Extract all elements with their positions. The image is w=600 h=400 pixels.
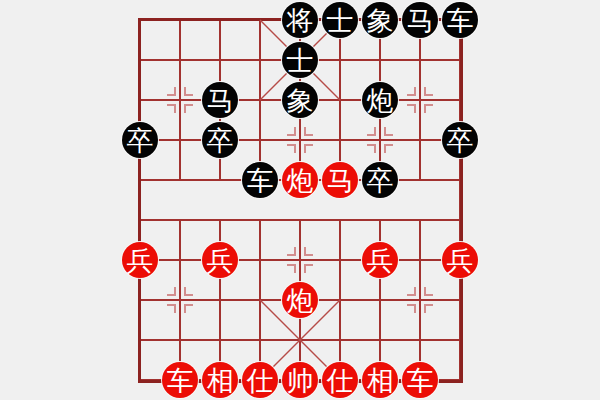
piece-red-elephant[interactable]: 相 [202,362,238,398]
piece-red-elephant[interactable]: 相 [362,362,398,398]
piece-red-horse[interactable]: 马 [322,162,358,198]
piece-black-chariot[interactable]: 车 [442,2,478,38]
piece-black-soldier[interactable]: 卒 [122,122,158,158]
piece-red-soldier[interactable]: 兵 [122,242,158,278]
piece-black-advisor[interactable]: 士 [322,2,358,38]
piece-red-general[interactable]: 帅 [282,362,318,398]
piece-black-soldier[interactable]: 卒 [362,162,398,198]
piece-black-general[interactable]: 将 [282,2,318,38]
piece-black-chariot[interactable]: 车 [242,162,278,198]
piece-red-chariot[interactable]: 车 [402,362,438,398]
piece-black-advisor[interactable]: 士 [282,42,318,78]
piece-red-cannon[interactable]: 炮 [282,162,318,198]
xiangqi-board-stage: 将士象马车士马象炮卒卒卒车炮马卒兵兵兵兵炮车相仕帅仕相车 [0,0,600,400]
piece-red-soldier[interactable]: 兵 [202,242,238,278]
piece-black-elephant[interactable]: 象 [282,82,318,118]
piece-red-advisor[interactable]: 仕 [242,362,278,398]
piece-red-cannon[interactable]: 炮 [282,282,318,318]
piece-black-soldier[interactable]: 卒 [442,122,478,158]
piece-black-elephant[interactable]: 象 [362,2,398,38]
piece-black-horse[interactable]: 马 [402,2,438,38]
piece-red-chariot[interactable]: 车 [162,362,198,398]
piece-black-cannon[interactable]: 炮 [362,82,398,118]
piece-red-advisor[interactable]: 仕 [322,362,358,398]
piece-red-soldier[interactable]: 兵 [442,242,478,278]
piece-black-soldier[interactable]: 卒 [202,122,238,158]
piece-red-soldier[interactable]: 兵 [362,242,398,278]
piece-black-horse[interactable]: 马 [202,82,238,118]
